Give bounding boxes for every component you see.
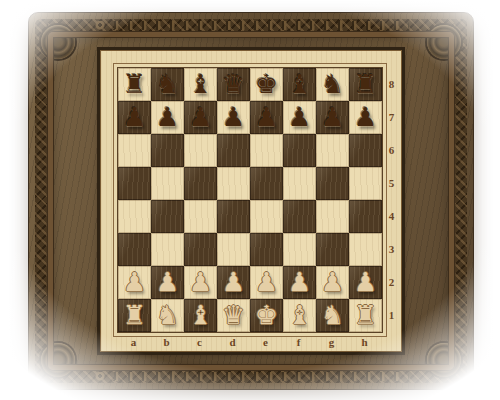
square-f6[interactable] bbox=[283, 134, 316, 167]
square-d5[interactable] bbox=[217, 167, 250, 200]
square-g4[interactable] bbox=[316, 200, 349, 233]
square-f8[interactable]: ♝ bbox=[283, 68, 316, 101]
black-pawn[interactable]: ♟ bbox=[189, 101, 212, 134]
square-d6[interactable] bbox=[217, 134, 250, 167]
square-b8[interactable]: ♞ bbox=[151, 68, 184, 101]
square-g5[interactable] bbox=[316, 167, 349, 200]
black-bishop[interactable]: ♝ bbox=[288, 68, 311, 101]
white-knight[interactable]: ♞ bbox=[156, 299, 179, 332]
square-g8[interactable]: ♞ bbox=[316, 68, 349, 101]
file-label-c: c bbox=[183, 331, 216, 352]
white-king[interactable]: ♚ bbox=[255, 299, 278, 332]
square-d8[interactable]: ♛ bbox=[217, 68, 250, 101]
square-e4[interactable] bbox=[250, 200, 283, 233]
square-e3[interactable] bbox=[250, 233, 283, 266]
square-c1[interactable]: ♝ bbox=[184, 299, 217, 332]
square-f5[interactable] bbox=[283, 167, 316, 200]
square-b5[interactable] bbox=[151, 167, 184, 200]
square-e1[interactable]: ♚ bbox=[250, 299, 283, 332]
square-a3[interactable] bbox=[118, 233, 151, 266]
black-queen[interactable]: ♛ bbox=[222, 68, 245, 101]
square-h4[interactable] bbox=[349, 200, 382, 233]
rank-label-2: 2 bbox=[381, 265, 402, 298]
square-h6[interactable] bbox=[349, 134, 382, 167]
chess-board: ♜♞♝♛♚♝♞♜♟♟♟♟♟♟♟♟♟♟♟♟♟♟♟♟♜♞♝♛♚♝♞♜ bbox=[117, 67, 383, 333]
square-e2[interactable]: ♟ bbox=[250, 266, 283, 299]
square-c6[interactable] bbox=[184, 134, 217, 167]
carved-knot-band-right bbox=[454, 19, 467, 383]
black-pawn[interactable]: ♟ bbox=[255, 101, 278, 134]
square-d7[interactable]: ♟ bbox=[217, 101, 250, 134]
board-frame: ♜♞♝♛♚♝♞♜♟♟♟♟♟♟♟♟♟♟♟♟♟♟♟♟♜♞♝♛♚♝♞♜ 8765432… bbox=[100, 50, 402, 352]
square-h7[interactable]: ♟ bbox=[349, 101, 382, 134]
rank-label-7: 7 bbox=[381, 100, 402, 133]
square-b2[interactable]: ♟ bbox=[151, 266, 184, 299]
square-f1[interactable]: ♝ bbox=[283, 299, 316, 332]
square-e8[interactable]: ♚ bbox=[250, 68, 283, 101]
square-c4[interactable] bbox=[184, 200, 217, 233]
carved-knot-band-left bbox=[35, 19, 48, 383]
white-pawn[interactable]: ♟ bbox=[288, 266, 311, 299]
carved-scroll-ornament-top bbox=[93, 21, 409, 30]
square-c8[interactable]: ♝ bbox=[184, 68, 217, 101]
square-b4[interactable] bbox=[151, 200, 184, 233]
rank-label-1: 1 bbox=[381, 298, 402, 331]
square-d2[interactable]: ♟ bbox=[217, 266, 250, 299]
black-pawn[interactable]: ♟ bbox=[321, 101, 344, 134]
square-g2[interactable]: ♟ bbox=[316, 266, 349, 299]
white-bishop[interactable]: ♝ bbox=[288, 299, 311, 332]
black-pawn[interactable]: ♟ bbox=[354, 101, 377, 134]
white-pawn[interactable]: ♟ bbox=[321, 266, 344, 299]
square-a1[interactable]: ♜ bbox=[118, 299, 151, 332]
square-h8[interactable]: ♜ bbox=[349, 68, 382, 101]
square-d4[interactable] bbox=[217, 200, 250, 233]
black-knight[interactable]: ♞ bbox=[321, 68, 344, 101]
square-g7[interactable]: ♟ bbox=[316, 101, 349, 134]
white-pawn[interactable]: ♟ bbox=[156, 266, 179, 299]
black-rook[interactable]: ♜ bbox=[123, 68, 146, 101]
square-b3[interactable] bbox=[151, 233, 184, 266]
square-e5[interactable] bbox=[250, 167, 283, 200]
square-c7[interactable]: ♟ bbox=[184, 101, 217, 134]
file-label-b: b bbox=[150, 331, 183, 352]
square-d1[interactable]: ♛ bbox=[217, 299, 250, 332]
square-h3[interactable] bbox=[349, 233, 382, 266]
square-b7[interactable]: ♟ bbox=[151, 101, 184, 134]
square-g6[interactable] bbox=[316, 134, 349, 167]
square-c3[interactable] bbox=[184, 233, 217, 266]
carved-chess-table: ♜♞♝♛♚♝♞♜♟♟♟♟♟♟♟♟♟♟♟♟♟♟♟♟♜♞♝♛♚♝♞♜ 8765432… bbox=[28, 12, 474, 390]
file-label-f: f bbox=[282, 331, 315, 352]
rank-label-8: 8 bbox=[381, 67, 402, 100]
photo-stage: ♜♞♝♛♚♝♞♜♟♟♟♟♟♟♟♟♟♟♟♟♟♟♟♟♜♞♝♛♚♝♞♜ 8765432… bbox=[0, 0, 500, 400]
square-e6[interactable] bbox=[250, 134, 283, 167]
white-rook[interactable]: ♜ bbox=[354, 299, 377, 332]
file-label-a: a bbox=[117, 331, 150, 352]
square-h2[interactable]: ♟ bbox=[349, 266, 382, 299]
square-c5[interactable] bbox=[184, 167, 217, 200]
white-pawn[interactable]: ♟ bbox=[189, 266, 212, 299]
square-g3[interactable] bbox=[316, 233, 349, 266]
square-f3[interactable] bbox=[283, 233, 316, 266]
file-label-h: h bbox=[348, 331, 381, 352]
square-b1[interactable]: ♞ bbox=[151, 299, 184, 332]
square-f4[interactable] bbox=[283, 200, 316, 233]
square-h1[interactable]: ♜ bbox=[349, 299, 382, 332]
black-rook[interactable]: ♜ bbox=[354, 68, 377, 101]
file-label-g: g bbox=[315, 331, 348, 352]
file-label-d: d bbox=[216, 331, 249, 352]
file-label-e: e bbox=[249, 331, 282, 352]
black-knight[interactable]: ♞ bbox=[156, 68, 179, 101]
black-pawn[interactable]: ♟ bbox=[123, 101, 146, 134]
black-pawn[interactable]: ♟ bbox=[222, 101, 245, 134]
white-knight[interactable]: ♞ bbox=[321, 299, 344, 332]
white-rook[interactable]: ♜ bbox=[123, 299, 146, 332]
square-a4[interactable] bbox=[118, 200, 151, 233]
square-e7[interactable]: ♟ bbox=[250, 101, 283, 134]
square-f7[interactable]: ♟ bbox=[283, 101, 316, 134]
white-queen[interactable]: ♛ bbox=[222, 299, 245, 332]
white-bishop[interactable]: ♝ bbox=[189, 299, 212, 332]
rank-label-3: 3 bbox=[381, 232, 402, 265]
square-c2[interactable]: ♟ bbox=[184, 266, 217, 299]
square-a5[interactable] bbox=[118, 167, 151, 200]
square-a7[interactable]: ♟ bbox=[118, 101, 151, 134]
square-a6[interactable] bbox=[118, 134, 151, 167]
white-pawn[interactable]: ♟ bbox=[222, 266, 245, 299]
rank-label-4: 4 bbox=[381, 199, 402, 232]
square-a8[interactable]: ♜ bbox=[118, 68, 151, 101]
black-pawn[interactable]: ♟ bbox=[156, 101, 179, 134]
white-pawn[interactable]: ♟ bbox=[354, 266, 377, 299]
carved-scroll-ornament-bottom bbox=[93, 372, 409, 381]
square-f2[interactable]: ♟ bbox=[283, 266, 316, 299]
rank-label-6: 6 bbox=[381, 133, 402, 166]
file-labels: abcdefgh bbox=[117, 331, 381, 352]
square-d3[interactable] bbox=[217, 233, 250, 266]
black-pawn[interactable]: ♟ bbox=[288, 101, 311, 134]
square-g1[interactable]: ♞ bbox=[316, 299, 349, 332]
square-a2[interactable]: ♟ bbox=[118, 266, 151, 299]
rank-labels: 87654321 bbox=[381, 67, 402, 331]
square-b6[interactable] bbox=[151, 134, 184, 167]
white-pawn[interactable]: ♟ bbox=[123, 266, 146, 299]
square-h5[interactable] bbox=[349, 167, 382, 200]
black-bishop[interactable]: ♝ bbox=[189, 68, 212, 101]
black-king[interactable]: ♚ bbox=[255, 68, 278, 101]
white-pawn[interactable]: ♟ bbox=[255, 266, 278, 299]
rank-label-5: 5 bbox=[381, 166, 402, 199]
